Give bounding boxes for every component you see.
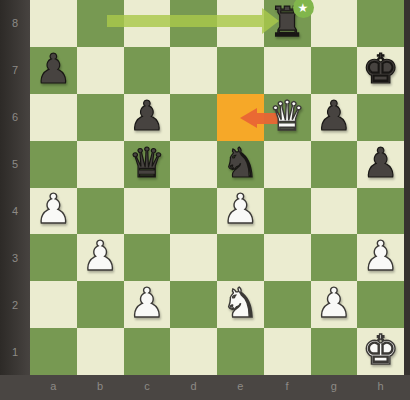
square-f7[interactable] [264, 47, 311, 94]
square-g5[interactable] [311, 141, 358, 188]
piece-black-queen-c5[interactable]: ♛ [124, 140, 171, 187]
square-a1[interactable] [30, 328, 77, 375]
square-b6[interactable] [77, 94, 124, 141]
square-e1[interactable] [217, 328, 264, 375]
green-arrow-shaft [107, 15, 262, 27]
board-right-frame [404, 0, 410, 375]
square-a6[interactable] [30, 94, 77, 141]
square-a5[interactable] [30, 141, 77, 188]
piece-white-pawn-g2[interactable]: ♟ [311, 280, 358, 327]
square-d7[interactable] [170, 47, 217, 94]
square-b2[interactable] [77, 281, 124, 328]
square-b7[interactable] [77, 47, 124, 94]
rank-label-3: 3 [0, 234, 30, 281]
square-b1[interactable] [77, 328, 124, 375]
square-f2[interactable] [264, 281, 311, 328]
piece-black-king-h7[interactable]: ♚ [357, 46, 404, 93]
piece-black-pawn-a7[interactable]: ♟ [30, 46, 77, 93]
rank-label-1: 1 [0, 328, 30, 375]
square-g8[interactable] [311, 0, 358, 47]
square-f3[interactable] [264, 234, 311, 281]
square-g3[interactable] [311, 234, 358, 281]
piece-black-pawn-c6[interactable]: ♟ [124, 93, 171, 140]
square-a3[interactable] [30, 234, 77, 281]
square-b5[interactable] [77, 141, 124, 188]
rank-label-5: 5 [0, 141, 30, 188]
piece-white-pawn-h3[interactable]: ♟ [357, 233, 404, 280]
square-f5[interactable] [264, 141, 311, 188]
square-h4[interactable] [357, 188, 404, 235]
square-c7[interactable] [124, 47, 171, 94]
square-c1[interactable] [124, 328, 171, 375]
square-h8[interactable] [357, 0, 404, 47]
file-label-d: d [170, 375, 217, 400]
file-label-f: f [264, 375, 311, 400]
square-g1[interactable] [311, 328, 358, 375]
square-d5[interactable] [170, 141, 217, 188]
rank-label-2: 2 [0, 281, 30, 328]
square-d6[interactable] [170, 94, 217, 141]
rank-label-7: 7 [0, 47, 30, 94]
file-label-b: b [77, 375, 124, 400]
piece-white-pawn-c2[interactable]: ♟ [124, 280, 171, 327]
file-label-c: c [124, 375, 171, 400]
chess-app-window: ♜♟♚♟♛♟♛♞♟♟♟♟♟♟♞♟♚★ abcdefgh 87654321 [0, 0, 410, 400]
square-b4[interactable] [77, 188, 124, 235]
square-e3[interactable] [217, 234, 264, 281]
orange-arrow-head [240, 108, 257, 128]
square-f1[interactable] [264, 328, 311, 375]
file-label-a: a [30, 375, 77, 400]
square-a2[interactable] [30, 281, 77, 328]
piece-white-pawn-e4[interactable]: ♟ [217, 187, 264, 234]
square-g4[interactable] [311, 188, 358, 235]
square-d3[interactable] [170, 234, 217, 281]
piece-white-pawn-b3[interactable]: ♟ [77, 233, 124, 280]
piece-white-pawn-a4[interactable]: ♟ [30, 187, 77, 234]
file-label-g: g [311, 375, 358, 400]
piece-black-knight-e5[interactable]: ♞ [217, 140, 264, 187]
square-f4[interactable] [264, 188, 311, 235]
square-h2[interactable] [357, 281, 404, 328]
square-c3[interactable] [124, 234, 171, 281]
file-label-h: h [357, 375, 404, 400]
piece-black-pawn-h5[interactable]: ♟ [357, 140, 404, 187]
square-a8[interactable] [30, 0, 77, 47]
square-h6[interactable] [357, 94, 404, 141]
square-g7[interactable] [311, 47, 358, 94]
chess-board[interactable]: ♜♟♚♟♛♟♛♞♟♟♟♟♟♟♞♟♚★ [30, 0, 404, 375]
file-label-e: e [217, 375, 264, 400]
square-e7[interactable] [217, 47, 264, 94]
square-c4[interactable] [124, 188, 171, 235]
square-d2[interactable] [170, 281, 217, 328]
piece-black-pawn-g6[interactable]: ♟ [311, 93, 358, 140]
rank-label-8: 8 [0, 0, 30, 47]
piece-white-queen-f6[interactable]: ♛ [264, 93, 311, 140]
piece-white-king-h1[interactable]: ♚ [357, 327, 404, 374]
rank-label-4: 4 [0, 188, 30, 235]
square-d1[interactable] [170, 328, 217, 375]
best-move-star-badge: ★ [293, 0, 314, 18]
rank-label-6: 6 [0, 94, 30, 141]
piece-white-knight-e2[interactable]: ♞ [217, 280, 264, 327]
square-d4[interactable] [170, 188, 217, 235]
